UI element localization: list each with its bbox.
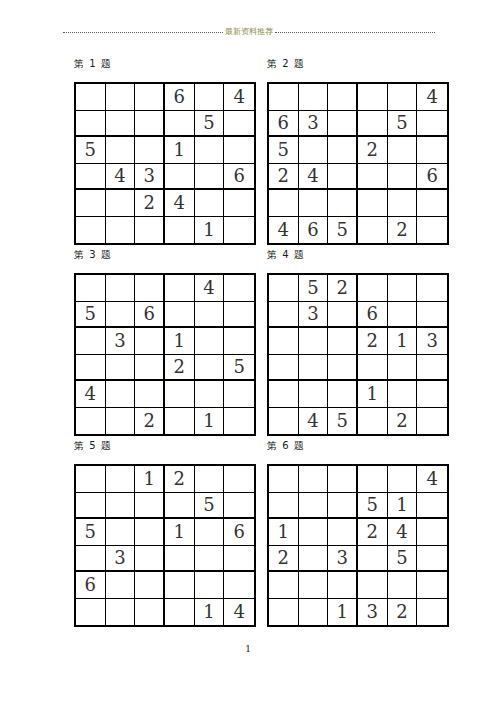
cell-r3c2 bbox=[299, 519, 329, 546]
puzzle-3-grid: 4563125421 bbox=[74, 273, 256, 436]
cell-r2c3 bbox=[135, 493, 165, 520]
cell-r5c6 bbox=[417, 572, 447, 599]
puzzle-5-label: 第 5 题 bbox=[74, 440, 256, 452]
cell-r5c3 bbox=[328, 572, 358, 599]
cell-r5c2 bbox=[299, 572, 329, 599]
cell-r4c4 bbox=[165, 546, 195, 573]
cell-r1c3 bbox=[135, 275, 165, 302]
cell-r4c6 bbox=[417, 546, 447, 573]
puzzle-6: 第 6 题 451124235132 bbox=[267, 440, 449, 627]
cell-r3c3 bbox=[328, 519, 358, 546]
cell-r1c2 bbox=[106, 275, 136, 302]
cell-r6c3: 5 bbox=[328, 408, 358, 435]
cell-r3c2 bbox=[106, 137, 136, 164]
cell-r3c1 bbox=[269, 328, 299, 355]
cell-r5c4: 1 bbox=[358, 381, 388, 408]
cell-r4c3: 3 bbox=[328, 546, 358, 573]
cell-r5c6 bbox=[224, 190, 254, 217]
cell-r5c6 bbox=[417, 190, 447, 217]
cell-r1c4 bbox=[165, 275, 195, 302]
cell-r4c2: 4 bbox=[299, 164, 329, 191]
cell-r3c5 bbox=[195, 519, 225, 546]
cell-r5c5 bbox=[195, 190, 225, 217]
cell-r1c2 bbox=[299, 84, 329, 111]
puzzle-4-label: 第 4 题 bbox=[267, 249, 449, 261]
puzzle-6-label: 第 6 题 bbox=[267, 440, 449, 452]
cell-r5c3 bbox=[328, 381, 358, 408]
cell-r2c1 bbox=[269, 493, 299, 520]
cell-r4c3 bbox=[328, 164, 358, 191]
cell-r1c6: 4 bbox=[417, 84, 447, 111]
cell-r3c4: 2 bbox=[358, 519, 388, 546]
cell-r2c5: 5 bbox=[195, 493, 225, 520]
puzzle-3-label: 第 3 题 bbox=[74, 249, 256, 261]
cell-r4c6: 6 bbox=[417, 164, 447, 191]
cell-r2c3 bbox=[328, 493, 358, 520]
cell-r4c1 bbox=[76, 355, 106, 382]
cell-r4c5 bbox=[195, 355, 225, 382]
cell-r6c1 bbox=[76, 408, 106, 435]
cell-r1c4 bbox=[358, 466, 388, 493]
cell-r3c6: 3 bbox=[417, 328, 447, 355]
cell-r2c5: 5 bbox=[195, 111, 225, 138]
cell-r5c3 bbox=[328, 190, 358, 217]
cell-r1c6 bbox=[417, 275, 447, 302]
cell-r6c2 bbox=[106, 408, 136, 435]
cell-r4c5 bbox=[195, 164, 225, 191]
cell-r4c1 bbox=[76, 546, 106, 573]
cell-r2c3: 6 bbox=[135, 302, 165, 329]
cell-r5c4 bbox=[358, 572, 388, 599]
cell-r6c5: 2 bbox=[388, 217, 418, 244]
cell-r6c1 bbox=[76, 217, 106, 244]
cell-r6c5: 1 bbox=[195, 599, 225, 626]
cell-r6c1 bbox=[269, 599, 299, 626]
cell-r5c1 bbox=[76, 190, 106, 217]
cell-r4c5 bbox=[388, 355, 418, 382]
cell-r1c5 bbox=[388, 84, 418, 111]
cell-r6c6 bbox=[224, 217, 254, 244]
cell-r1c3 bbox=[135, 84, 165, 111]
cell-r4c1 bbox=[269, 355, 299, 382]
cell-r1c3: 2 bbox=[328, 275, 358, 302]
cell-r2c2 bbox=[106, 111, 136, 138]
puzzle-4-grid: 52362131452 bbox=[267, 273, 449, 436]
cell-r4c2: 3 bbox=[106, 546, 136, 573]
cell-r6c3: 1 bbox=[328, 599, 358, 626]
cell-r2c1 bbox=[269, 302, 299, 329]
cell-r1c3 bbox=[328, 84, 358, 111]
cell-r6c6 bbox=[417, 599, 447, 626]
cell-r3c5 bbox=[195, 328, 225, 355]
cell-r3c1: 5 bbox=[76, 137, 106, 164]
puzzle-1-grid: 64551436241 bbox=[74, 82, 256, 245]
cell-r5c5 bbox=[195, 572, 225, 599]
puzzle-2: 第 2 题 4635522464652 bbox=[267, 58, 449, 245]
cell-r3c2: 3 bbox=[106, 328, 136, 355]
cell-r1c1 bbox=[269, 84, 299, 111]
cell-r3c6 bbox=[417, 137, 447, 164]
cell-r5c3 bbox=[135, 572, 165, 599]
cell-r6c2: 6 bbox=[299, 217, 329, 244]
puzzle-1: 第 1 题 64551436241 bbox=[74, 58, 256, 245]
cell-r1c4: 6 bbox=[165, 84, 195, 111]
cell-r5c1: 6 bbox=[76, 572, 106, 599]
cell-r1c4 bbox=[358, 84, 388, 111]
cell-r6c4 bbox=[165, 217, 195, 244]
cell-r4c2 bbox=[106, 355, 136, 382]
cell-r1c2 bbox=[106, 84, 136, 111]
cell-r3c4: 2 bbox=[358, 328, 388, 355]
cell-r3c2 bbox=[106, 519, 136, 546]
cell-r2c4 bbox=[165, 302, 195, 329]
cell-r5c2 bbox=[106, 190, 136, 217]
cell-r3c5 bbox=[388, 137, 418, 164]
puzzle-3: 第 3 题 4563125421 bbox=[74, 249, 256, 436]
cell-r4c1: 2 bbox=[269, 164, 299, 191]
cell-r5c5 bbox=[388, 190, 418, 217]
cell-r4c1: 2 bbox=[269, 546, 299, 573]
cell-r6c1 bbox=[76, 599, 106, 626]
cell-r4c6 bbox=[224, 546, 254, 573]
cell-r5c2 bbox=[106, 572, 136, 599]
cell-r2c5 bbox=[195, 302, 225, 329]
cell-r1c6 bbox=[224, 466, 254, 493]
cell-r4c5 bbox=[388, 164, 418, 191]
cell-r4c5 bbox=[195, 546, 225, 573]
cell-r5c4 bbox=[165, 572, 195, 599]
cell-r2c4: 6 bbox=[358, 302, 388, 329]
cell-r3c1: 5 bbox=[269, 137, 299, 164]
cell-r2c2: 3 bbox=[299, 111, 329, 138]
cell-r2c1 bbox=[76, 111, 106, 138]
cell-r6c3 bbox=[135, 217, 165, 244]
page-number: 1 bbox=[0, 644, 496, 654]
cell-r3c4: 1 bbox=[165, 519, 195, 546]
cell-r5c5 bbox=[388, 572, 418, 599]
cell-r4c4: 2 bbox=[165, 355, 195, 382]
cell-r5c1 bbox=[269, 381, 299, 408]
cell-r4c4 bbox=[358, 546, 388, 573]
cell-r4c2 bbox=[299, 546, 329, 573]
cell-r1c6: 4 bbox=[224, 84, 254, 111]
cell-r6c2: 4 bbox=[299, 408, 329, 435]
cell-r2c3 bbox=[328, 302, 358, 329]
cell-r1c5 bbox=[195, 466, 225, 493]
cell-r4c1 bbox=[76, 164, 106, 191]
cell-r3c3 bbox=[328, 328, 358, 355]
cell-r5c6 bbox=[224, 572, 254, 599]
header-dotted-rule-right bbox=[275, 32, 435, 33]
cell-r5c1 bbox=[269, 572, 299, 599]
cell-r2c2 bbox=[299, 493, 329, 520]
cell-r2c2 bbox=[106, 493, 136, 520]
cell-r6c4 bbox=[358, 217, 388, 244]
cell-r3c6: 6 bbox=[224, 519, 254, 546]
cell-r1c1 bbox=[269, 466, 299, 493]
cell-r6c5: 2 bbox=[388, 599, 418, 626]
cell-r6c4 bbox=[358, 408, 388, 435]
cell-r5c5 bbox=[388, 381, 418, 408]
cell-r3c5 bbox=[195, 137, 225, 164]
cell-r2c6 bbox=[417, 302, 447, 329]
cell-r6c2 bbox=[106, 599, 136, 626]
cell-r3c5: 1 bbox=[388, 328, 418, 355]
cell-r1c5: 4 bbox=[195, 275, 225, 302]
cell-r2c6 bbox=[224, 302, 254, 329]
cell-r2c4: 5 bbox=[358, 493, 388, 520]
cell-r2c5: 5 bbox=[388, 111, 418, 138]
cell-r4c6: 5 bbox=[224, 355, 254, 382]
cell-r4c6 bbox=[417, 355, 447, 382]
cell-r1c2 bbox=[106, 466, 136, 493]
doc-title: 最新资料推荐 bbox=[223, 27, 275, 37]
cell-r6c5: 1 bbox=[195, 408, 225, 435]
cell-r1c1 bbox=[76, 84, 106, 111]
cell-r3c2 bbox=[299, 137, 329, 164]
cell-r2c4 bbox=[165, 493, 195, 520]
puzzle-5: 第 5 题 1255163614 bbox=[74, 440, 256, 627]
cell-r2c4 bbox=[165, 111, 195, 138]
cell-r1c1 bbox=[76, 275, 106, 302]
puzzle-2-grid: 4635522464652 bbox=[267, 82, 449, 245]
cell-r3c3 bbox=[135, 519, 165, 546]
cell-r1c6 bbox=[224, 275, 254, 302]
cell-r6c6 bbox=[417, 217, 447, 244]
cell-r6c5: 2 bbox=[388, 408, 418, 435]
cell-r4c4 bbox=[358, 164, 388, 191]
cell-r1c4: 2 bbox=[165, 466, 195, 493]
cell-r5c5 bbox=[195, 381, 225, 408]
cell-r1c5 bbox=[195, 84, 225, 111]
header-dotted-rule-left bbox=[63, 32, 223, 33]
cell-r2c6 bbox=[224, 493, 254, 520]
cell-r4c2: 4 bbox=[106, 164, 136, 191]
cell-r2c4 bbox=[358, 111, 388, 138]
cell-r6c5: 1 bbox=[195, 217, 225, 244]
cell-r1c4 bbox=[358, 275, 388, 302]
cell-r6c3: 5 bbox=[328, 217, 358, 244]
cell-r1c1 bbox=[269, 275, 299, 302]
cell-r6c4: 3 bbox=[358, 599, 388, 626]
cell-r5c2 bbox=[299, 381, 329, 408]
cell-r2c3 bbox=[135, 111, 165, 138]
cell-r6c4 bbox=[165, 599, 195, 626]
puzzle-2-label: 第 2 题 bbox=[267, 58, 449, 70]
cell-r1c5 bbox=[388, 466, 418, 493]
cell-r4c2 bbox=[299, 355, 329, 382]
cell-r6c2 bbox=[106, 217, 136, 244]
cell-r1c2 bbox=[299, 466, 329, 493]
cell-r3c6 bbox=[417, 519, 447, 546]
cell-r1c2: 5 bbox=[299, 275, 329, 302]
cell-r6c1 bbox=[269, 408, 299, 435]
cell-r3c3 bbox=[328, 137, 358, 164]
puzzle-6-grid: 451124235132 bbox=[267, 464, 449, 627]
cell-r2c1: 6 bbox=[269, 111, 299, 138]
cell-r3c1: 5 bbox=[76, 519, 106, 546]
cell-r6c1: 4 bbox=[269, 217, 299, 244]
cell-r5c1: 4 bbox=[76, 381, 106, 408]
cell-r2c2: 3 bbox=[299, 302, 329, 329]
cell-r5c1 bbox=[269, 190, 299, 217]
cell-r5c6 bbox=[417, 381, 447, 408]
cell-r4c4 bbox=[358, 355, 388, 382]
cell-r1c3 bbox=[328, 466, 358, 493]
cell-r6c4 bbox=[165, 408, 195, 435]
cell-r4c5: 5 bbox=[388, 546, 418, 573]
cell-r3c1 bbox=[76, 328, 106, 355]
cell-r2c5 bbox=[388, 302, 418, 329]
cell-r4c3 bbox=[135, 355, 165, 382]
cell-r6c6 bbox=[417, 408, 447, 435]
cell-r3c4: 1 bbox=[165, 328, 195, 355]
cell-r6c6: 4 bbox=[224, 599, 254, 626]
cell-r5c3 bbox=[135, 381, 165, 408]
cell-r1c6: 4 bbox=[417, 466, 447, 493]
cell-r4c4 bbox=[165, 164, 195, 191]
cell-r3c4: 1 bbox=[165, 137, 195, 164]
cell-r1c3: 1 bbox=[135, 466, 165, 493]
cell-r2c2 bbox=[106, 302, 136, 329]
cell-r5c2 bbox=[299, 190, 329, 217]
cell-r3c3 bbox=[135, 137, 165, 164]
cell-r3c5: 4 bbox=[388, 519, 418, 546]
cell-r2c1: 5 bbox=[76, 302, 106, 329]
cell-r4c3 bbox=[135, 546, 165, 573]
cell-r2c6 bbox=[417, 111, 447, 138]
cell-r6c3 bbox=[135, 599, 165, 626]
cell-r5c6 bbox=[224, 381, 254, 408]
cell-r6c6 bbox=[224, 408, 254, 435]
cell-r3c6 bbox=[224, 328, 254, 355]
cell-r2c5: 1 bbox=[388, 493, 418, 520]
cell-r3c4: 2 bbox=[358, 137, 388, 164]
cell-r5c4: 4 bbox=[165, 190, 195, 217]
cell-r3c3 bbox=[135, 328, 165, 355]
cell-r3c1: 1 bbox=[269, 519, 299, 546]
cell-r5c2 bbox=[106, 381, 136, 408]
cell-r4c6: 6 bbox=[224, 164, 254, 191]
cell-r5c4 bbox=[358, 190, 388, 217]
cell-r3c6 bbox=[224, 137, 254, 164]
cell-r5c4 bbox=[165, 381, 195, 408]
cell-r6c2 bbox=[299, 599, 329, 626]
cell-r4c3: 3 bbox=[135, 164, 165, 191]
cell-r6c3: 2 bbox=[135, 408, 165, 435]
cell-r1c5 bbox=[388, 275, 418, 302]
cell-r5c3: 2 bbox=[135, 190, 165, 217]
puzzle-1-label: 第 1 题 bbox=[74, 58, 256, 70]
puzzle-5-grid: 1255163614 bbox=[74, 464, 256, 627]
cell-r3c2 bbox=[299, 328, 329, 355]
cell-r4c3 bbox=[328, 355, 358, 382]
cell-r2c6 bbox=[224, 111, 254, 138]
cell-r2c3 bbox=[328, 111, 358, 138]
cell-r1c1 bbox=[76, 466, 106, 493]
page-header: 最新资料推荐 bbox=[63, 27, 435, 37]
puzzle-4: 第 4 题 52362131452 bbox=[267, 249, 449, 436]
cell-r2c1 bbox=[76, 493, 106, 520]
cell-r2c6 bbox=[417, 493, 447, 520]
